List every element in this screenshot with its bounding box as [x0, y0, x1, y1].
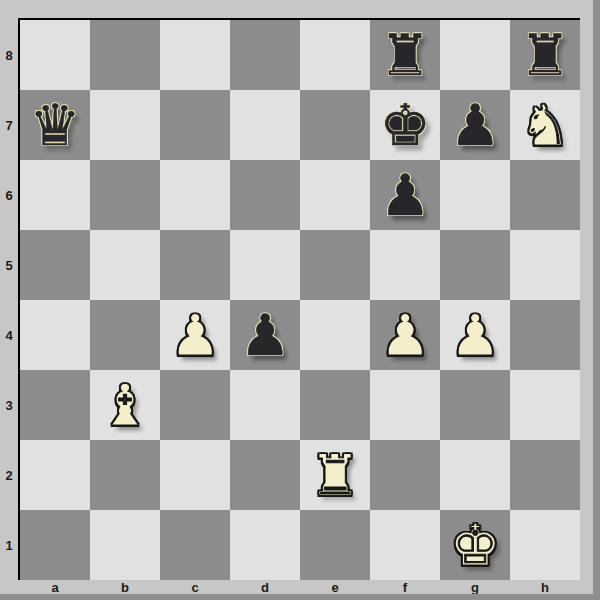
- square-h3[interactable]: [510, 370, 580, 440]
- square-g2[interactable]: [440, 440, 510, 510]
- square-c2[interactable]: [160, 440, 230, 510]
- square-b6[interactable]: [90, 160, 160, 230]
- piece-white-bishop[interactable]: ♝: [90, 370, 160, 440]
- square-g4[interactable]: ♟: [440, 300, 510, 370]
- square-b8[interactable]: [90, 20, 160, 90]
- rank-label-3: 3: [0, 370, 18, 440]
- rank-label-5: 5: [0, 230, 18, 300]
- square-b5[interactable]: [90, 230, 160, 300]
- square-c6[interactable]: [160, 160, 230, 230]
- square-c1[interactable]: [160, 510, 230, 580]
- square-g5[interactable]: [440, 230, 510, 300]
- piece-white-pawn[interactable]: ♟: [160, 300, 230, 370]
- square-f7[interactable]: ♚: [370, 90, 440, 160]
- piece-black-queen[interactable]: ♛: [20, 90, 90, 160]
- square-b1[interactable]: [90, 510, 160, 580]
- square-a3[interactable]: [20, 370, 90, 440]
- square-h1[interactable]: [510, 510, 580, 580]
- square-e4[interactable]: [300, 300, 370, 370]
- square-c3[interactable]: [160, 370, 230, 440]
- frame-bevel-bottom: [0, 594, 600, 600]
- square-e2[interactable]: ♜: [300, 440, 370, 510]
- piece-white-king[interactable]: ♚: [440, 510, 510, 580]
- square-d2[interactable]: [230, 440, 300, 510]
- square-f8[interactable]: ♜: [370, 20, 440, 90]
- square-e6[interactable]: [300, 160, 370, 230]
- square-a5[interactable]: [20, 230, 90, 300]
- square-g7[interactable]: ♟: [440, 90, 510, 160]
- square-f6[interactable]: ♟: [370, 160, 440, 230]
- rank-label-6: 6: [0, 160, 18, 230]
- square-d7[interactable]: [230, 90, 300, 160]
- piece-black-rook[interactable]: ♜: [370, 20, 440, 90]
- piece-white-knight[interactable]: ♞: [510, 90, 580, 160]
- square-h6[interactable]: [510, 160, 580, 230]
- square-f5[interactable]: [370, 230, 440, 300]
- file-label-c: c: [160, 579, 230, 595]
- square-g6[interactable]: [440, 160, 510, 230]
- file-label-a: a: [20, 579, 90, 595]
- square-c4[interactable]: ♟: [160, 300, 230, 370]
- board-frame: ♜♜♛♚♟♞♟♟♟♟♟♝♜♚ 87654321 abcdefgh: [0, 0, 600, 600]
- piece-black-rook[interactable]: ♜: [510, 20, 580, 90]
- piece-black-king[interactable]: ♚: [370, 90, 440, 160]
- square-d5[interactable]: [230, 230, 300, 300]
- square-c8[interactable]: [160, 20, 230, 90]
- square-a1[interactable]: [20, 510, 90, 580]
- square-b4[interactable]: [90, 300, 160, 370]
- square-d8[interactable]: [230, 20, 300, 90]
- square-d1[interactable]: [230, 510, 300, 580]
- square-g8[interactable]: [440, 20, 510, 90]
- square-b2[interactable]: [90, 440, 160, 510]
- square-f4[interactable]: ♟: [370, 300, 440, 370]
- square-f3[interactable]: [370, 370, 440, 440]
- square-c7[interactable]: [160, 90, 230, 160]
- square-a8[interactable]: [20, 20, 90, 90]
- rank-label-7: 7: [0, 90, 18, 160]
- square-g1[interactable]: ♚: [440, 510, 510, 580]
- square-e3[interactable]: [300, 370, 370, 440]
- square-h5[interactable]: [510, 230, 580, 300]
- piece-white-rook[interactable]: ♜: [300, 440, 370, 510]
- square-h4[interactable]: [510, 300, 580, 370]
- file-label-g: g: [440, 579, 510, 595]
- square-a7[interactable]: ♛: [20, 90, 90, 160]
- file-label-b: b: [90, 579, 160, 595]
- rank-label-1: 1: [0, 510, 18, 580]
- file-label-f: f: [370, 579, 440, 595]
- square-c5[interactable]: [160, 230, 230, 300]
- square-d6[interactable]: [230, 160, 300, 230]
- piece-black-pawn[interactable]: ♟: [230, 300, 300, 370]
- file-label-d: d: [230, 579, 300, 595]
- square-e5[interactable]: [300, 230, 370, 300]
- rank-label-8: 8: [0, 20, 18, 90]
- square-f1[interactable]: [370, 510, 440, 580]
- square-a4[interactable]: [20, 300, 90, 370]
- rank-label-4: 4: [0, 300, 18, 370]
- piece-white-pawn[interactable]: ♟: [440, 300, 510, 370]
- square-d3[interactable]: [230, 370, 300, 440]
- square-e7[interactable]: [300, 90, 370, 160]
- square-h2[interactable]: [510, 440, 580, 510]
- piece-black-pawn[interactable]: ♟: [440, 90, 510, 160]
- chess-board: ♜♜♛♚♟♞♟♟♟♟♟♝♜♚: [18, 18, 580, 580]
- square-a2[interactable]: [20, 440, 90, 510]
- piece-black-pawn[interactable]: ♟: [370, 160, 440, 230]
- square-h7[interactable]: ♞: [510, 90, 580, 160]
- square-e8[interactable]: [300, 20, 370, 90]
- square-b3[interactable]: ♝: [90, 370, 160, 440]
- piece-white-pawn[interactable]: ♟: [370, 300, 440, 370]
- square-b7[interactable]: [90, 90, 160, 160]
- file-label-e: e: [300, 579, 370, 595]
- square-e1[interactable]: [300, 510, 370, 580]
- square-a6[interactable]: [20, 160, 90, 230]
- file-label-h: h: [510, 579, 580, 595]
- rank-label-2: 2: [0, 440, 18, 510]
- square-g3[interactable]: [440, 370, 510, 440]
- square-f2[interactable]: [370, 440, 440, 510]
- square-h8[interactable]: ♜: [510, 20, 580, 90]
- frame-bevel-right: [593, 0, 600, 600]
- square-d4[interactable]: ♟: [230, 300, 300, 370]
